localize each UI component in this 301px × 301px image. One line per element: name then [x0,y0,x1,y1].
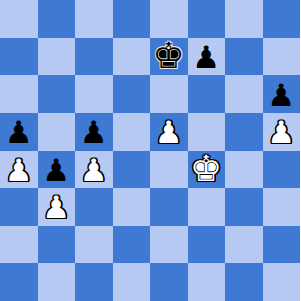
square-d8[interactable] [113,0,151,38]
square-g4[interactable] [225,151,263,189]
square-c7[interactable] [75,38,113,76]
square-a5[interactable]: ♟ [0,113,38,151]
square-b1[interactable] [38,263,76,301]
square-a4[interactable]: ♟ [0,151,38,189]
white-pawn-a4[interactable]: ♟ [5,155,33,186]
square-e3[interactable] [150,188,188,226]
square-h1[interactable] [263,263,301,301]
black-pawn-h6[interactable]: ♟ [267,80,295,111]
white-pawn-c4[interactable]: ♟ [80,155,108,186]
square-e8[interactable] [150,0,188,38]
square-c8[interactable] [75,0,113,38]
square-c3[interactable] [75,188,113,226]
square-h8[interactable] [263,0,301,38]
chess-board-container: ♚♟♟♟♟♟♟♟♟♟♚♟ [0,0,300,301]
square-h2[interactable] [263,226,301,264]
white-pawn-b3[interactable]: ♟ [42,192,70,223]
square-h3[interactable] [263,188,301,226]
square-g6[interactable] [225,75,263,113]
square-g5[interactable] [225,113,263,151]
square-b3[interactable]: ♟ [38,188,76,226]
square-b6[interactable] [38,75,76,113]
square-f1[interactable] [188,263,226,301]
square-b4[interactable]: ♟ [38,151,76,189]
square-e2[interactable] [150,226,188,264]
square-e7[interactable]: ♚ [150,38,188,76]
square-h4[interactable] [263,151,301,189]
square-d1[interactable] [113,263,151,301]
square-a1[interactable] [0,263,38,301]
square-a2[interactable] [0,226,38,264]
square-g8[interactable] [225,0,263,38]
square-a8[interactable] [0,0,38,38]
square-e1[interactable] [150,263,188,301]
square-c6[interactable] [75,75,113,113]
square-e6[interactable] [150,75,188,113]
square-b2[interactable] [38,226,76,264]
black-pawn-c5[interactable]: ♟ [80,117,108,148]
white-pawn-e5[interactable]: ♟ [155,117,183,148]
square-a7[interactable] [0,38,38,76]
square-f5[interactable] [188,113,226,151]
square-f3[interactable] [188,188,226,226]
square-f6[interactable] [188,75,226,113]
square-f8[interactable] [188,0,226,38]
square-c2[interactable] [75,226,113,264]
square-d6[interactable] [113,75,151,113]
square-e4[interactable] [150,151,188,189]
square-c1[interactable] [75,263,113,301]
square-g2[interactable] [225,226,263,264]
square-e5[interactable]: ♟ [150,113,188,151]
square-g1[interactable] [225,263,263,301]
black-pawn-b4[interactable]: ♟ [42,155,70,186]
square-h5[interactable]: ♟ [263,113,301,151]
square-a3[interactable] [0,188,38,226]
square-d7[interactable] [113,38,151,76]
square-d4[interactable] [113,151,151,189]
square-d2[interactable] [113,226,151,264]
square-f7[interactable]: ♟ [188,38,226,76]
square-g3[interactable] [225,188,263,226]
square-a6[interactable] [0,75,38,113]
square-c5[interactable]: ♟ [75,113,113,151]
square-b8[interactable] [38,0,76,38]
square-g7[interactable] [225,38,263,76]
chess-board: ♚♟♟♟♟♟♟♟♟♟♚♟ [0,0,300,301]
square-b7[interactable] [38,38,76,76]
square-f2[interactable] [188,226,226,264]
square-f4[interactable]: ♚ [188,151,226,189]
white-king-f4[interactable]: ♚ [190,151,222,187]
black-pawn-a5[interactable]: ♟ [5,117,33,148]
square-c4[interactable]: ♟ [75,151,113,189]
black-king-e7[interactable]: ♚ [153,38,185,74]
square-d5[interactable] [113,113,151,151]
black-pawn-f7[interactable]: ♟ [192,42,220,73]
square-h7[interactable] [263,38,301,76]
square-h6[interactable]: ♟ [263,75,301,113]
square-b5[interactable] [38,113,76,151]
white-pawn-h5[interactable]: ♟ [267,117,295,148]
square-d3[interactable] [113,188,151,226]
